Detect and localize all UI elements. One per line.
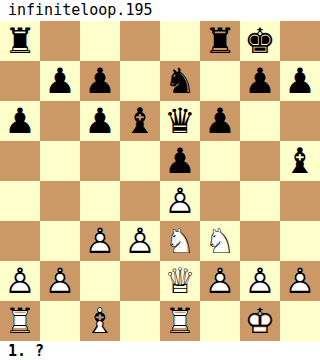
square-f6[interactable]: ♟ [200,101,240,141]
square-d1[interactable] [120,301,160,341]
square-c5[interactable] [80,141,120,181]
square-d7[interactable] [120,61,160,101]
square-c2[interactable] [80,261,120,301]
white-queen-icon[interactable]: ♛♕ [160,261,200,301]
piece-fill: ♟ [160,141,200,181]
white-bishop-icon[interactable]: ♝♗ [80,301,120,341]
square-c3[interactable]: ♟♙ [80,221,120,261]
square-h2[interactable]: ♟♙ [280,261,320,301]
square-a4[interactable] [0,181,40,221]
piece-fill: ♟ [240,61,280,101]
square-f4[interactable] [200,181,240,221]
square-e5[interactable]: ♟ [160,141,200,181]
square-c8[interactable] [80,21,120,61]
square-b4[interactable] [40,181,80,221]
square-b1[interactable] [40,301,80,341]
white-pawn-icon[interactable]: ♟♙ [80,221,120,261]
square-g7[interactable]: ♟ [240,61,280,101]
piece-outline: ♙ [200,261,240,301]
piece-fill: ♟ [80,61,120,101]
square-g3[interactable] [240,221,280,261]
square-h4[interactable] [280,181,320,221]
square-b7[interactable]: ♟ [40,61,80,101]
white-pawn-icon[interactable]: ♟♙ [120,221,160,261]
square-f7[interactable] [200,61,240,101]
piece-fill: ♞ [160,61,200,101]
black-rook-icon[interactable]: ♜ [0,21,40,61]
square-d8[interactable] [120,21,160,61]
square-d6[interactable]: ♝ [120,101,160,141]
white-pawn-icon[interactable]: ♟♙ [200,261,240,301]
piece-outline: ♙ [0,261,40,301]
black-pawn-icon[interactable]: ♟ [200,101,240,141]
square-b8[interactable] [40,21,80,61]
square-f3[interactable]: ♞♘ [200,221,240,261]
square-c4[interactable] [80,181,120,221]
piece-outline: ♙ [80,221,120,261]
black-pawn-icon[interactable]: ♟ [240,61,280,101]
square-g2[interactable]: ♟♙ [240,261,280,301]
square-e8[interactable] [160,21,200,61]
square-d2[interactable] [120,261,160,301]
piece-outline: ♘ [200,221,240,261]
square-f8[interactable]: ♜ [200,21,240,61]
black-pawn-icon[interactable]: ♟ [0,101,40,141]
white-knight-icon[interactable]: ♞♘ [160,221,200,261]
black-king-icon[interactable]: ♚ [240,21,280,61]
square-b2[interactable]: ♟♙ [40,261,80,301]
piece-outline: ♘ [160,221,200,261]
square-g5[interactable] [240,141,280,181]
black-bishop-icon[interactable]: ♝ [280,141,320,181]
black-pawn-icon[interactable]: ♟ [40,61,80,101]
square-c6[interactable]: ♟ [80,101,120,141]
piece-outline: ♕ [160,261,200,301]
white-rook-icon[interactable]: ♜♖ [0,301,40,341]
square-a2[interactable]: ♟♙ [0,261,40,301]
square-f2[interactable]: ♟♙ [200,261,240,301]
black-pawn-icon[interactable]: ♟ [280,61,320,101]
square-h8[interactable] [280,21,320,61]
white-pawn-icon[interactable]: ♟♙ [280,261,320,301]
black-rook-icon[interactable]: ♜ [200,21,240,61]
piece-outline: ♙ [40,261,80,301]
square-d3[interactable]: ♟♙ [120,221,160,261]
piece-fill: ♝ [280,141,320,181]
piece-fill: ♚ [240,21,280,61]
square-a3[interactable] [0,221,40,261]
piece-fill: ♟ [80,101,120,141]
square-e6[interactable]: ♛ [160,101,200,141]
piece-fill: ♜ [0,21,40,61]
black-pawn-icon[interactable]: ♟ [160,141,200,181]
square-b6[interactable] [40,101,80,141]
white-pawn-icon[interactable]: ♟♙ [240,261,280,301]
square-e7[interactable]: ♞ [160,61,200,101]
square-g6[interactable] [240,101,280,141]
square-e2[interactable]: ♛♕ [160,261,200,301]
square-g1[interactable]: ♚♔ [240,301,280,341]
square-a5[interactable] [0,141,40,181]
piece-fill: ♟ [200,101,240,141]
white-rook-icon[interactable]: ♜♖ [160,301,200,341]
piece-fill: ♛ [160,101,200,141]
square-c1[interactable]: ♝♗ [80,301,120,341]
piece-outline: ♙ [160,181,200,221]
white-pawn-icon[interactable]: ♟♙ [40,261,80,301]
piece-outline: ♙ [280,261,320,301]
piece-outline: ♙ [120,221,160,261]
square-e1[interactable]: ♜♖ [160,301,200,341]
square-a8[interactable]: ♜ [0,21,40,61]
black-bishop-icon[interactable]: ♝ [120,101,160,141]
piece-fill: ♜ [200,21,240,61]
white-pawn-icon[interactable]: ♟♙ [0,261,40,301]
piece-fill: ♟ [40,61,80,101]
piece-outline: ♖ [160,301,200,341]
piece-outline: ♖ [0,301,40,341]
square-a1[interactable]: ♜♖ [0,301,40,341]
square-e4[interactable]: ♟♙ [160,181,200,221]
black-pawn-icon[interactable]: ♟ [80,61,120,101]
white-pawn-icon[interactable]: ♟♙ [160,181,200,221]
white-knight-icon[interactable]: ♞♘ [200,221,240,261]
puzzle-title: infiniteloop.195 [0,0,320,21]
square-h5[interactable]: ♝ [280,141,320,181]
square-g4[interactable] [240,181,280,221]
square-h1[interactable] [280,301,320,341]
piece-outline: ♙ [240,261,280,301]
square-d4[interactable] [120,181,160,221]
square-f1[interactable] [200,301,240,341]
white-king-icon[interactable]: ♚♔ [240,301,280,341]
black-pawn-icon[interactable]: ♟ [80,101,120,141]
move-prompt: 1. ? [0,341,320,360]
black-queen-icon[interactable]: ♛ [160,101,200,141]
square-e3[interactable]: ♞♘ [160,221,200,261]
piece-fill: ♝ [120,101,160,141]
square-h3[interactable] [280,221,320,261]
piece-fill: ♟ [0,101,40,141]
square-f5[interactable] [200,141,240,181]
square-b5[interactable] [40,141,80,181]
square-d5[interactable] [120,141,160,181]
square-a6[interactable]: ♟ [0,101,40,141]
black-knight-icon[interactable]: ♞ [160,61,200,101]
piece-outline: ♔ [240,301,280,341]
chess-board: ♜♜♚♟♟♞♟♟♟♟♝♛♟♟♝♟♙♟♙♟♙♞♘♞♘♟♙♟♙♛♕♟♙♟♙♟♙♜♖♝… [0,21,320,341]
square-c7[interactable]: ♟ [80,61,120,101]
square-h7[interactable]: ♟ [280,61,320,101]
square-h6[interactable] [280,101,320,141]
square-a7[interactable] [0,61,40,101]
square-b3[interactable] [40,221,80,261]
piece-outline: ♗ [80,301,120,341]
square-g8[interactable]: ♚ [240,21,280,61]
piece-fill: ♟ [280,61,320,101]
